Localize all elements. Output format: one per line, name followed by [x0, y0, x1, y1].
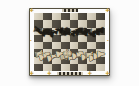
square [96, 28, 105, 35]
square [70, 57, 79, 64]
border-dot-icon: • [29, 39, 33, 43]
square [34, 13, 43, 20]
square [70, 64, 79, 71]
square [52, 57, 61, 64]
square [70, 49, 79, 56]
square [61, 57, 70, 64]
square [96, 57, 105, 64]
square [34, 42, 43, 49]
square [78, 57, 87, 64]
square [43, 20, 52, 27]
border-dot-icon: • [106, 39, 110, 43]
square [61, 28, 70, 35]
square [96, 20, 105, 27]
square [96, 35, 105, 42]
square [52, 20, 61, 27]
square [52, 13, 61, 20]
border-cross-icon: ✚ [105, 71, 110, 76]
square [87, 57, 96, 64]
square [78, 35, 87, 42]
border-inlay-bottom [57, 72, 83, 75]
square [52, 35, 61, 42]
square [87, 64, 96, 71]
square [87, 13, 96, 20]
square [43, 28, 52, 35]
square [61, 64, 70, 71]
square [61, 13, 70, 20]
border-cross-icon: ✚ [87, 71, 92, 76]
square [43, 35, 52, 42]
square [96, 13, 105, 20]
square [87, 42, 96, 49]
square [34, 49, 43, 56]
border-cross-icon: ✚ [29, 71, 34, 76]
border-cross-icon: ✚ [105, 8, 110, 13]
square [87, 35, 96, 42]
square [61, 35, 70, 42]
square [34, 35, 43, 42]
chess-board: ✚ ✚ ✚ ✚ ✚ ✚ • • ♜♟♞♟♝♟♛♚♝♟♞♟♜♟♟♟ ♜♟♞♟♝♟♛… [29, 8, 110, 76]
square [70, 42, 79, 49]
square [70, 28, 79, 35]
square [96, 42, 105, 49]
square [70, 35, 79, 42]
square [52, 49, 61, 56]
square [52, 42, 61, 49]
square [87, 20, 96, 27]
square [70, 20, 79, 27]
square [34, 57, 43, 64]
square [43, 64, 52, 71]
square [61, 20, 70, 27]
board-grid [34, 13, 105, 71]
square [78, 20, 87, 27]
square [34, 20, 43, 27]
square [78, 42, 87, 49]
square [78, 28, 87, 35]
square [43, 49, 52, 56]
square [70, 13, 79, 20]
square [43, 42, 52, 49]
square [52, 28, 61, 35]
square [96, 49, 105, 56]
square [43, 13, 52, 20]
square [61, 42, 70, 49]
square [52, 64, 61, 71]
square [96, 64, 105, 71]
square [34, 28, 43, 35]
square [34, 64, 43, 71]
product-photo-scene: ✚ ✚ ✚ ✚ ✚ ✚ • • ♜♟♞♟♝♟♛♚♝♟♞♟♜♟♟♟ ♜♟♞♟♝♟♛… [0, 0, 139, 86]
square [87, 49, 96, 56]
square [78, 64, 87, 71]
square [78, 13, 87, 20]
square [87, 28, 96, 35]
square [43, 57, 52, 64]
border-cross-icon: ✚ [47, 71, 52, 76]
border-inlay-top [62, 9, 78, 12]
square [78, 49, 87, 56]
square [61, 49, 70, 56]
